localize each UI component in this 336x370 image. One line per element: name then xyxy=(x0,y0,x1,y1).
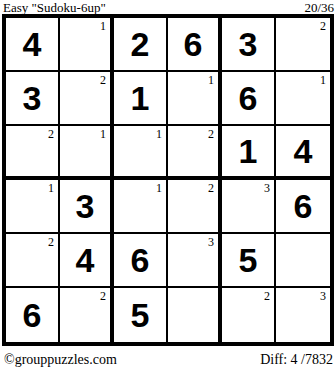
cell-r1c2: 1 xyxy=(60,18,114,72)
empty-cell-counter: 20/36 xyxy=(304,1,334,14)
cell-r5c1: 2 xyxy=(6,234,60,288)
cell-r4c2: 3 xyxy=(60,180,114,234)
player-mark: 1 xyxy=(48,181,54,195)
cell-r5c5: 5 xyxy=(222,234,276,288)
given-digit: 2 xyxy=(114,18,166,70)
cell-r6c6: 3 xyxy=(276,288,330,342)
cell-r5c3: 6 xyxy=(114,234,168,288)
given-digit: 6 xyxy=(114,234,166,286)
player-mark: 2 xyxy=(320,19,326,33)
cell-r4c3: 1 xyxy=(114,180,168,234)
footer: ©grouppuzzles.com Diff: 4 /7832 xyxy=(2,352,335,368)
cell-r6c4 xyxy=(168,288,222,342)
given-digit: 3 xyxy=(60,180,110,232)
cell-r3c3: 1 xyxy=(114,126,168,180)
given-digit: 5 xyxy=(222,234,274,286)
cell-r4c1: 1 xyxy=(6,180,60,234)
cell-r4c5: 3 xyxy=(222,180,276,234)
given-digit: 4 xyxy=(6,18,58,70)
puzzle-page: Easy "Sudoku-6up" 20/36 4126323211612112… xyxy=(0,0,336,368)
given-digit: 6 xyxy=(222,72,274,124)
cell-r1c1: 4 xyxy=(6,18,60,72)
copyright-label: ©grouppuzzles.com xyxy=(4,352,117,368)
player-mark: 2 xyxy=(48,235,54,249)
given-digit: 1 xyxy=(222,126,274,176)
player-mark: 1 xyxy=(100,127,106,141)
cell-r5c2: 4 xyxy=(60,234,114,288)
cell-r2c6: 1 xyxy=(276,72,330,126)
cell-r6c2: 2 xyxy=(60,288,114,342)
cell-r1c5: 3 xyxy=(222,18,276,72)
player-mark: 2 xyxy=(100,289,106,303)
page-title: Easy "Sudoku-6up" xyxy=(3,1,106,14)
difficulty-label: Diff: 4 /7832 xyxy=(260,352,333,368)
cell-r1c6: 2 xyxy=(276,18,330,72)
player-mark: 1 xyxy=(320,73,326,87)
cell-r6c1: 6 xyxy=(6,288,60,342)
cell-r6c3: 5 xyxy=(114,288,168,342)
player-mark: 3 xyxy=(264,181,270,195)
player-mark: 1 xyxy=(100,19,106,33)
player-mark: 2 xyxy=(264,289,270,303)
cell-r6c5: 2 xyxy=(222,288,276,342)
player-mark: 3 xyxy=(208,235,214,249)
sudoku-grid: 4126323211612112141312362463562523 xyxy=(2,14,334,346)
player-mark: 1 xyxy=(208,73,214,87)
given-digit: 4 xyxy=(60,234,110,286)
cell-r3c1: 2 xyxy=(6,126,60,180)
given-digit: 6 xyxy=(6,288,58,342)
player-mark: 2 xyxy=(48,127,54,141)
cell-r3c2: 1 xyxy=(60,126,114,180)
cell-r2c4: 1 xyxy=(168,72,222,126)
given-digit: 3 xyxy=(222,18,274,70)
cell-r4c6: 6 xyxy=(276,180,330,234)
cell-r3c5: 1 xyxy=(222,126,276,180)
cell-r5c4: 3 xyxy=(168,234,222,288)
cell-r2c2: 2 xyxy=(60,72,114,126)
cell-r2c1: 3 xyxy=(6,72,60,126)
cell-r3c6: 4 xyxy=(276,126,330,180)
given-digit: 5 xyxy=(114,288,166,342)
given-digit: 6 xyxy=(168,18,218,70)
given-digit: 4 xyxy=(276,126,330,176)
given-digit: 3 xyxy=(6,72,58,124)
player-mark: 2 xyxy=(100,73,106,87)
player-mark: 3 xyxy=(320,289,326,303)
cell-r5c6 xyxy=(276,234,330,288)
player-mark: 2 xyxy=(208,127,214,141)
header: Easy "Sudoku-6up" 20/36 xyxy=(2,1,335,14)
player-mark: 2 xyxy=(208,181,214,195)
cell-r2c5: 6 xyxy=(222,72,276,126)
cell-r1c3: 2 xyxy=(114,18,168,72)
given-digit: 6 xyxy=(276,180,330,232)
cell-r4c4: 2 xyxy=(168,180,222,234)
player-mark: 1 xyxy=(156,127,162,141)
cell-r3c4: 2 xyxy=(168,126,222,180)
cell-r2c3: 1 xyxy=(114,72,168,126)
player-mark: 1 xyxy=(156,181,162,195)
given-digit: 1 xyxy=(114,72,166,124)
cell-r1c4: 6 xyxy=(168,18,222,72)
